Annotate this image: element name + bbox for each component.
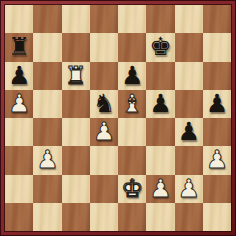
square-a5[interactable]: ♟ <box>5 90 33 118</box>
square-g1[interactable] <box>175 203 203 231</box>
square-c2[interactable] <box>62 175 90 203</box>
white-pawn[interactable]: ♟ <box>177 175 199 203</box>
square-a6[interactable]: ♟ <box>5 62 33 90</box>
square-g7[interactable] <box>175 33 203 61</box>
black-pawn[interactable]: ♟ <box>206 90 228 118</box>
square-b3[interactable]: ♟ <box>33 146 61 174</box>
square-f8[interactable] <box>146 5 174 33</box>
square-a2[interactable] <box>5 175 33 203</box>
white-pawn[interactable]: ♟ <box>8 90 30 118</box>
square-e7[interactable] <box>118 33 146 61</box>
white-rook[interactable]: ♜ <box>64 62 86 90</box>
white-bishop[interactable]: ♝ <box>121 90 143 118</box>
white-pawn[interactable]: ♟ <box>93 118 115 146</box>
square-d6[interactable] <box>90 62 118 90</box>
board-frame: ♜♚♟♜♟♟♞♝♟♟♟♟♟♟♚♟♟ <box>0 0 236 236</box>
white-pawn[interactable]: ♟ <box>36 146 58 174</box>
square-c7[interactable] <box>62 33 90 61</box>
square-d1[interactable] <box>90 203 118 231</box>
square-c3[interactable] <box>62 146 90 174</box>
square-h1[interactable] <box>203 203 231 231</box>
square-g2[interactable]: ♟ <box>175 175 203 203</box>
square-h4[interactable] <box>203 118 231 146</box>
square-h6[interactable] <box>203 62 231 90</box>
black-pawn[interactable]: ♟ <box>121 62 143 90</box>
black-pawn[interactable]: ♟ <box>8 62 30 90</box>
square-c6[interactable]: ♜ <box>62 62 90 90</box>
square-d4[interactable]: ♟ <box>90 118 118 146</box>
square-b4[interactable] <box>33 118 61 146</box>
black-pawn[interactable]: ♟ <box>149 90 171 118</box>
square-f4[interactable] <box>146 118 174 146</box>
square-h2[interactable] <box>203 175 231 203</box>
square-e4[interactable] <box>118 118 146 146</box>
black-king[interactable]: ♚ <box>149 33 171 61</box>
square-b7[interactable] <box>33 33 61 61</box>
square-g6[interactable] <box>175 62 203 90</box>
black-knight[interactable]: ♞ <box>93 90 115 118</box>
square-e5[interactable]: ♝ <box>118 90 146 118</box>
square-e6[interactable]: ♟ <box>118 62 146 90</box>
square-f7[interactable]: ♚ <box>146 33 174 61</box>
square-b8[interactable] <box>33 5 61 33</box>
square-e8[interactable] <box>118 5 146 33</box>
square-a7[interactable]: ♜ <box>5 33 33 61</box>
white-king[interactable]: ♚ <box>121 175 143 203</box>
black-pawn[interactable]: ♟ <box>177 118 199 146</box>
square-b5[interactable] <box>33 90 61 118</box>
square-e1[interactable] <box>118 203 146 231</box>
square-d8[interactable] <box>90 5 118 33</box>
square-c8[interactable] <box>62 5 90 33</box>
square-a8[interactable] <box>5 5 33 33</box>
square-g8[interactable] <box>175 5 203 33</box>
square-b1[interactable] <box>33 203 61 231</box>
square-c1[interactable] <box>62 203 90 231</box>
square-d7[interactable] <box>90 33 118 61</box>
square-g4[interactable]: ♟ <box>175 118 203 146</box>
square-h5[interactable]: ♟ <box>203 90 231 118</box>
square-a4[interactable] <box>5 118 33 146</box>
square-c5[interactable] <box>62 90 90 118</box>
square-e2[interactable]: ♚ <box>118 175 146 203</box>
black-rook[interactable]: ♜ <box>8 33 30 61</box>
square-h8[interactable] <box>203 5 231 33</box>
square-f1[interactable] <box>146 203 174 231</box>
chess-board: ♜♚♟♜♟♟♞♝♟♟♟♟♟♟♚♟♟ <box>5 5 231 231</box>
square-d3[interactable] <box>90 146 118 174</box>
square-c4[interactable] <box>62 118 90 146</box>
square-f3[interactable] <box>146 146 174 174</box>
square-h7[interactable] <box>203 33 231 61</box>
square-f6[interactable] <box>146 62 174 90</box>
white-pawn[interactable]: ♟ <box>149 175 171 203</box>
square-g5[interactable] <box>175 90 203 118</box>
square-a1[interactable] <box>5 203 33 231</box>
square-b6[interactable] <box>33 62 61 90</box>
square-e3[interactable] <box>118 146 146 174</box>
square-h3[interactable]: ♟ <box>203 146 231 174</box>
square-b2[interactable] <box>33 175 61 203</box>
square-f5[interactable]: ♟ <box>146 90 174 118</box>
square-d5[interactable]: ♞ <box>90 90 118 118</box>
square-a3[interactable] <box>5 146 33 174</box>
square-g3[interactable] <box>175 146 203 174</box>
white-pawn[interactable]: ♟ <box>206 146 228 174</box>
square-f2[interactable]: ♟ <box>146 175 174 203</box>
square-d2[interactable] <box>90 175 118 203</box>
